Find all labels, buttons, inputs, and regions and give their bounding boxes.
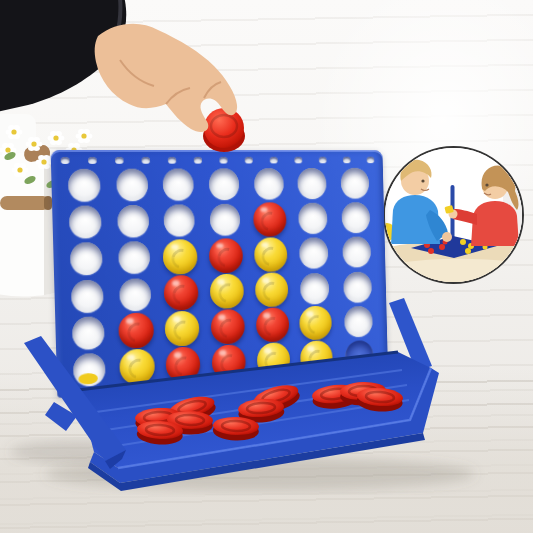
product-photo-scene [0, 0, 533, 533]
held-red-disc [203, 108, 245, 152]
hand-dropping-disc [0, 0, 320, 180]
